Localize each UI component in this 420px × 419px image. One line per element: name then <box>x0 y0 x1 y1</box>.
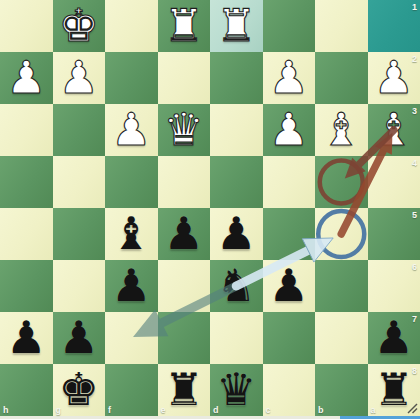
piece-white-bishop[interactable]: ♝ <box>374 104 414 156</box>
rank-label-7: 7 <box>412 314 417 324</box>
file-label-d: d <box>213 405 219 415</box>
square-a1[interactable]: 1 <box>368 0 420 52</box>
piece-white-bishop[interactable]: ♝ <box>321 104 361 156</box>
square-a4[interactable]: 4 <box>368 156 420 208</box>
square-a6[interactable]: 6 <box>368 260 420 312</box>
square-g3[interactable] <box>53 104 106 156</box>
rank-label-6: 6 <box>412 262 417 272</box>
square-f3[interactable]: ♟ <box>105 104 158 156</box>
square-h4[interactable] <box>0 156 53 208</box>
rank-label-8: 8 <box>412 366 417 376</box>
square-f6[interactable]: ♟ <box>105 260 158 312</box>
square-a2[interactable]: ♟2 <box>368 52 420 104</box>
chess-analysis-app: ♚♜♜1♟♟♟♟2♟♛♟♝♝34♝♟♟5♟♞♟6♟♟♟7h♚gf♜e♛dcb♜8… <box>0 0 420 419</box>
square-a7[interactable]: ♟7 <box>368 312 420 364</box>
file-label-h: h <box>3 405 9 415</box>
piece-black-king[interactable]: ♚ <box>59 364 99 416</box>
square-b6[interactable] <box>315 260 368 312</box>
square-c1[interactable] <box>263 0 316 52</box>
square-g1[interactable]: ♚ <box>53 0 106 52</box>
file-label-c: c <box>266 405 271 415</box>
piece-black-pawn[interactable]: ♟ <box>374 312 414 364</box>
square-f1[interactable] <box>105 0 158 52</box>
piece-white-pawn[interactable]: ♟ <box>111 104 151 156</box>
square-c8[interactable]: c <box>263 364 316 416</box>
square-g4[interactable] <box>53 156 106 208</box>
resize-handle-icon[interactable] <box>406 402 418 414</box>
square-f8[interactable]: f <box>105 364 158 416</box>
square-d1[interactable]: ♜ <box>210 0 263 52</box>
piece-black-pawn[interactable]: ♟ <box>6 312 46 364</box>
square-h8[interactable]: h <box>0 364 53 416</box>
square-d2[interactable] <box>210 52 263 104</box>
piece-black-pawn[interactable]: ♟ <box>269 260 309 312</box>
square-f5[interactable]: ♝ <box>105 208 158 260</box>
chess-board: ♚♜♜1♟♟♟♟2♟♛♟♝♝34♝♟♟5♟♞♟6♟♟♟7h♚gf♜e♛dcb♜8… <box>0 0 420 416</box>
rank-label-4: 4 <box>412 158 417 168</box>
piece-black-bishop[interactable]: ♝ <box>111 208 151 260</box>
square-b4[interactable] <box>315 156 368 208</box>
square-e5[interactable]: ♟ <box>158 208 211 260</box>
square-h2[interactable]: ♟ <box>0 52 53 104</box>
square-f4[interactable] <box>105 156 158 208</box>
square-e1[interactable]: ♜ <box>158 0 211 52</box>
square-g7[interactable]: ♟ <box>53 312 106 364</box>
file-label-b: b <box>318 405 324 415</box>
square-c5[interactable] <box>263 208 316 260</box>
square-b1[interactable] <box>315 0 368 52</box>
square-h5[interactable] <box>0 208 53 260</box>
piece-white-king[interactable]: ♚ <box>59 0 99 52</box>
square-g6[interactable] <box>53 260 106 312</box>
square-h3[interactable] <box>0 104 53 156</box>
square-f2[interactable] <box>105 52 158 104</box>
file-label-e: e <box>161 405 166 415</box>
square-b8[interactable]: b <box>315 364 368 416</box>
square-c4[interactable] <box>263 156 316 208</box>
piece-white-pawn[interactable]: ♟ <box>269 52 309 104</box>
square-f7[interactable] <box>105 312 158 364</box>
square-h1[interactable] <box>0 0 53 52</box>
piece-black-pawn[interactable]: ♟ <box>164 208 204 260</box>
square-e8[interactable]: ♜e <box>158 364 211 416</box>
square-d3[interactable] <box>210 104 263 156</box>
square-d5[interactable]: ♟ <box>210 208 263 260</box>
piece-white-rook[interactable]: ♜ <box>164 0 204 52</box>
piece-black-rook[interactable]: ♜ <box>164 364 204 416</box>
piece-black-pawn[interactable]: ♟ <box>59 312 99 364</box>
piece-white-pawn[interactable]: ♟ <box>374 52 414 104</box>
square-g2[interactable]: ♟ <box>53 52 106 104</box>
square-h7[interactable]: ♟ <box>0 312 53 364</box>
square-b5[interactable] <box>315 208 368 260</box>
square-e3[interactable]: ♛ <box>158 104 211 156</box>
square-g5[interactable] <box>53 208 106 260</box>
square-b3[interactable]: ♝ <box>315 104 368 156</box>
square-c2[interactable]: ♟ <box>263 52 316 104</box>
square-b7[interactable] <box>315 312 368 364</box>
piece-white-pawn[interactable]: ♟ <box>269 104 309 156</box>
square-d8[interactable]: ♛d <box>210 364 263 416</box>
square-c7[interactable] <box>263 312 316 364</box>
square-e4[interactable] <box>158 156 211 208</box>
square-e7[interactable] <box>158 312 211 364</box>
square-a5[interactable]: 5 <box>368 208 420 260</box>
square-b2[interactable] <box>315 52 368 104</box>
piece-black-queen[interactable]: ♛ <box>216 364 256 416</box>
square-e6[interactable] <box>158 260 211 312</box>
square-d6[interactable]: ♞ <box>210 260 263 312</box>
square-h6[interactable] <box>0 260 53 312</box>
rank-label-2: 2 <box>412 54 417 64</box>
square-c3[interactable]: ♟ <box>263 104 316 156</box>
square-a3[interactable]: ♝3 <box>368 104 420 156</box>
rank-label-1: 1 <box>412 2 417 12</box>
piece-black-knight[interactable]: ♞ <box>216 260 256 312</box>
file-label-g: g <box>56 405 62 415</box>
piece-white-rook[interactable]: ♜ <box>216 0 256 52</box>
square-g8[interactable]: ♚g <box>53 364 106 416</box>
piece-white-queen[interactable]: ♛ <box>164 104 204 156</box>
file-label-f: f <box>108 405 111 415</box>
rank-label-3: 3 <box>412 106 417 116</box>
file-label-a: a <box>371 405 376 415</box>
piece-white-pawn[interactable]: ♟ <box>59 52 99 104</box>
piece-black-pawn[interactable]: ♟ <box>111 260 151 312</box>
piece-white-pawn[interactable]: ♟ <box>6 52 46 104</box>
square-e2[interactable] <box>158 52 211 104</box>
square-c6[interactable]: ♟ <box>263 260 316 312</box>
square-d4[interactable] <box>210 156 263 208</box>
piece-black-pawn[interactable]: ♟ <box>216 208 256 260</box>
square-d7[interactable] <box>210 312 263 364</box>
rank-label-5: 5 <box>412 210 417 220</box>
